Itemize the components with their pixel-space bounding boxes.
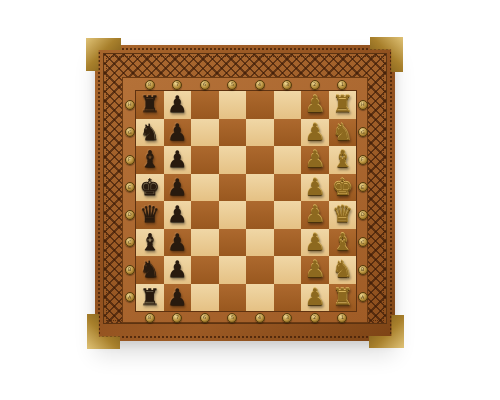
piece-black-bishop[interactable]: ♝ (139, 148, 160, 171)
piece-white-bishop[interactable]: ♝ (332, 148, 353, 171)
square[interactable] (246, 201, 274, 229)
coordinate-stud-label: C (361, 240, 364, 245)
coordinate-stud-label: 1 (341, 82, 344, 87)
square[interactable] (246, 174, 274, 202)
coordinate-stud: H (358, 100, 368, 110)
square[interactable]: ♝ (329, 146, 357, 174)
square[interactable]: ♟ (164, 201, 192, 229)
square[interactable]: ♞ (329, 256, 357, 284)
coordinate-stud: B (358, 265, 368, 275)
coordinate-stud-label: G (361, 130, 365, 135)
square[interactable]: ♟ (301, 91, 329, 119)
piece-white-pawn[interactable]: ♟ (304, 93, 325, 116)
square[interactable]: ♜ (329, 284, 357, 312)
square[interactable] (246, 284, 274, 312)
square[interactable]: ♟ (301, 174, 329, 202)
coordinate-stud: 5 (227, 313, 237, 323)
coordinate-stud: 4 (255, 80, 265, 90)
square[interactable]: ♝ (136, 229, 164, 257)
square[interactable] (274, 201, 302, 229)
square[interactable] (219, 201, 247, 229)
coordinate-stud-label: F (361, 157, 364, 162)
square[interactable] (219, 91, 247, 119)
coordinate-stud: 7 (172, 313, 182, 323)
coordinate-stud: 1 (337, 313, 347, 323)
square[interactable] (219, 229, 247, 257)
piece-white-pawn[interactable]: ♟ (304, 203, 325, 226)
square[interactable] (191, 201, 219, 229)
square[interactable]: ♟ (164, 146, 192, 174)
square[interactable]: ♞ (136, 256, 164, 284)
coordinate-stud-label: F (128, 157, 131, 162)
square[interactable] (219, 174, 247, 202)
square[interactable]: ♟ (301, 284, 329, 312)
square[interactable]: ♛ (329, 201, 357, 229)
coordinate-stud-label: B (361, 267, 364, 272)
piece-black-rook[interactable]: ♜ (139, 286, 160, 309)
coordinate-stud-label: A (128, 295, 131, 300)
coordinate-stud: B (125, 265, 135, 275)
square[interactable] (219, 256, 247, 284)
piece-black-pawn[interactable]: ♟ (167, 286, 188, 309)
piece-white-pawn[interactable]: ♟ (304, 121, 325, 144)
coordinate-stud-label: C (128, 240, 131, 245)
square[interactable]: ♛ (136, 201, 164, 229)
piece-black-pawn[interactable]: ♟ (167, 231, 188, 254)
playfield-grid: ♜♟♟♜♞♟♟♞♝♟♟♝♚♟♟♚♛♟♟♛♝♟♟♝♞♟♟♞♜♟♟♜ (135, 90, 357, 312)
coordinate-stud-label: 6 (203, 315, 206, 320)
piece-white-pawn[interactable]: ♟ (304, 148, 325, 171)
coordinate-stud-label: 4 (258, 82, 261, 87)
coordinate-stud-label: D (128, 212, 132, 217)
coordinate-stud: C (125, 237, 135, 247)
square[interactable] (219, 119, 247, 147)
coordinate-stud: F (358, 155, 368, 165)
coordinate-stud-label: 2 (313, 315, 316, 320)
coordinate-stud-label: 5 (231, 82, 234, 87)
square[interactable] (274, 284, 302, 312)
piece-black-bishop[interactable]: ♝ (139, 231, 160, 254)
square[interactable]: ♟ (301, 229, 329, 257)
square[interactable]: ♟ (301, 146, 329, 174)
piece-white-rook[interactable]: ♜ (332, 93, 353, 116)
coordinate-stud: A (358, 292, 368, 302)
square[interactable]: ♞ (329, 119, 357, 147)
coordinate-stud-label: D (361, 212, 365, 217)
piece-white-pawn[interactable]: ♟ (304, 176, 325, 199)
coordinate-stud-label: G (128, 130, 132, 135)
square[interactable] (246, 91, 274, 119)
square[interactable]: ♜ (136, 91, 164, 119)
square[interactable]: ♟ (301, 119, 329, 147)
square[interactable] (191, 119, 219, 147)
coordinate-stud: E (125, 182, 135, 192)
coordinate-stud: 6 (200, 313, 210, 323)
square[interactable]: ♞ (136, 119, 164, 147)
square[interactable] (274, 119, 302, 147)
square[interactable] (219, 284, 247, 312)
piece-white-pawn[interactable]: ♟ (304, 258, 325, 281)
square[interactable]: ♟ (164, 229, 192, 257)
coordinate-stud: A (125, 292, 135, 302)
coordinate-stud: 7 (172, 80, 182, 90)
square[interactable]: ♟ (301, 201, 329, 229)
square[interactable] (274, 174, 302, 202)
coordinate-stud-label: 7 (176, 82, 179, 87)
square[interactable] (274, 91, 302, 119)
coordinate-stud: D (125, 210, 135, 220)
square[interactable] (246, 256, 274, 284)
square[interactable]: ♟ (164, 119, 192, 147)
square[interactable] (246, 146, 274, 174)
square[interactable] (191, 174, 219, 202)
coordinate-stud-label: E (361, 185, 364, 190)
coordinate-stud-label: 8 (148, 315, 151, 320)
piece-white-queen[interactable]: ♛ (332, 203, 353, 226)
square[interactable]: ♜ (136, 284, 164, 312)
coordinate-stud-label: H (128, 102, 132, 107)
piece-black-pawn[interactable]: ♟ (167, 258, 188, 281)
coordinate-stud-label: 7 (176, 315, 179, 320)
chess-board: ♜♟♟♜♞♟♟♞♝♟♟♝♚♟♟♚♛♟♟♛♝♟♟♝♞♟♟♞♜♟♟♜ 88HH77G… (95, 45, 395, 341)
square[interactable] (191, 256, 219, 284)
coordinate-stud-label: B (128, 267, 131, 272)
piece-black-pawn[interactable]: ♟ (167, 93, 188, 116)
coordinate-stud: F (125, 155, 135, 165)
coordinate-stud-label: 4 (258, 315, 261, 320)
piece-black-pawn[interactable]: ♟ (167, 148, 188, 171)
square[interactable]: ♟ (164, 174, 192, 202)
piece-white-bishop[interactable]: ♝ (332, 231, 353, 254)
coordinate-stud-label: 1 (341, 315, 344, 320)
board-margin: ♜♟♟♜♞♟♟♞♝♟♟♝♚♟♟♚♛♟♟♛♝♟♟♝♞♟♟♞♜♟♟♜ 88HH77G… (122, 77, 368, 323)
coordinate-stud: G (125, 127, 135, 137)
square[interactable] (191, 284, 219, 312)
square[interactable] (191, 146, 219, 174)
piece-white-rook[interactable]: ♜ (332, 286, 353, 309)
coordinate-stud: 4 (255, 313, 265, 323)
coordinate-stud: G (358, 127, 368, 137)
square[interactable] (274, 256, 302, 284)
square[interactable]: ♜ (329, 91, 357, 119)
coordinate-stud: H (125, 100, 135, 110)
coordinate-stud-label: 6 (203, 82, 206, 87)
piece-black-pawn[interactable]: ♟ (167, 203, 188, 226)
piece-black-pawn[interactable]: ♟ (167, 176, 188, 199)
coordinate-stud-label: 8 (148, 82, 151, 87)
coordinate-stud: E (358, 182, 368, 192)
square[interactable]: ♟ (164, 91, 192, 119)
coordinate-stud: 1 (337, 80, 347, 90)
coordinate-stud-label: A (361, 295, 364, 300)
coordinate-stud-label: E (128, 185, 131, 190)
square[interactable]: ♚ (136, 174, 164, 202)
piece-black-pawn[interactable]: ♟ (167, 121, 188, 144)
coordinate-stud: 3 (282, 80, 292, 90)
coordinate-stud-label: H (361, 102, 365, 107)
coordinate-stud: 2 (310, 80, 320, 90)
coordinate-stud: 2 (310, 313, 320, 323)
square[interactable] (191, 91, 219, 119)
square[interactable] (219, 146, 247, 174)
square[interactable]: ♝ (136, 146, 164, 174)
square[interactable] (246, 229, 274, 257)
square[interactable]: ♟ (164, 256, 192, 284)
carved-wooden-frame: ♜♟♟♜♞♟♟♞♝♟♟♝♚♟♟♚♛♟♟♛♝♟♟♝♞♟♟♞♜♟♟♜ 88HH77G… (95, 45, 395, 341)
coordinate-stud: 5 (227, 80, 237, 90)
coordinate-stud: 3 (282, 313, 292, 323)
coordinate-stud: 8 (145, 80, 155, 90)
square[interactable] (274, 229, 302, 257)
piece-black-knight[interactable]: ♞ (139, 258, 160, 281)
coordinate-stud-label: 3 (286, 82, 289, 87)
piece-white-pawn[interactable]: ♟ (304, 231, 325, 254)
square[interactable] (246, 119, 274, 147)
piece-black-king[interactable]: ♚ (139, 176, 160, 199)
coordinate-stud-label: 5 (231, 315, 234, 320)
coordinate-stud: C (358, 237, 368, 247)
piece-white-king[interactable]: ♚ (332, 176, 353, 199)
square[interactable] (191, 229, 219, 257)
square[interactable]: ♚ (329, 174, 357, 202)
piece-white-knight[interactable]: ♞ (332, 258, 353, 281)
coordinate-stud: 6 (200, 80, 210, 90)
square[interactable]: ♝ (329, 229, 357, 257)
coordinate-stud-label: 3 (286, 315, 289, 320)
coordinate-stud-label: 2 (313, 82, 316, 87)
piece-black-knight[interactable]: ♞ (139, 121, 160, 144)
piece-black-queen[interactable]: ♛ (139, 203, 160, 226)
piece-black-rook[interactable]: ♜ (139, 93, 160, 116)
piece-white-knight[interactable]: ♞ (332, 121, 353, 144)
square[interactable]: ♟ (164, 284, 192, 312)
coordinate-stud: D (358, 210, 368, 220)
square[interactable]: ♟ (301, 256, 329, 284)
coordinate-stud: 8 (145, 313, 155, 323)
piece-white-pawn[interactable]: ♟ (304, 286, 325, 309)
square[interactable] (274, 146, 302, 174)
